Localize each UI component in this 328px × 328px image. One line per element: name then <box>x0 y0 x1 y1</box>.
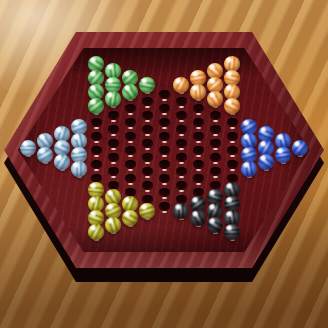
board-hole[interactable] <box>193 118 204 127</box>
marble-orange[interactable] <box>190 84 206 100</box>
marble-green[interactable] <box>88 98 104 114</box>
board-hole[interactable] <box>125 132 136 141</box>
marble-green[interactable] <box>139 77 155 93</box>
board-hole[interactable] <box>142 139 153 148</box>
board-hole[interactable] <box>108 111 119 120</box>
board-hole[interactable] <box>210 125 221 134</box>
board-hole[interactable] <box>125 160 136 169</box>
board-hole[interactable] <box>159 188 170 197</box>
marble-yellow[interactable] <box>88 224 104 240</box>
board-hole[interactable] <box>193 174 204 183</box>
board-hole[interactable] <box>142 153 153 162</box>
board-hole[interactable] <box>159 160 170 169</box>
marble-lightblue[interactable] <box>37 147 53 163</box>
marble-yellow[interactable] <box>122 210 138 226</box>
board-hole[interactable] <box>91 132 102 141</box>
board-hole[interactable] <box>193 132 204 141</box>
board-hole[interactable] <box>176 97 187 106</box>
board-hole[interactable] <box>142 97 153 106</box>
board-hole[interactable] <box>210 153 221 162</box>
marble-orange[interactable] <box>224 98 240 114</box>
board-hole[interactable] <box>227 146 238 155</box>
board-hole[interactable] <box>176 167 187 176</box>
board-hole[interactable] <box>108 139 119 148</box>
marble-lightblue[interactable] <box>54 154 70 170</box>
marble-orange[interactable] <box>207 91 223 107</box>
board-hole[interactable] <box>108 125 119 134</box>
board-hole[interactable] <box>193 160 204 169</box>
board-hole[interactable] <box>159 202 170 211</box>
board-hole[interactable] <box>125 118 136 127</box>
marble-blue[interactable] <box>275 147 291 163</box>
board-hole[interactable] <box>159 118 170 127</box>
board-hole[interactable] <box>210 111 221 120</box>
board-hole[interactable] <box>159 104 170 113</box>
marble-black[interactable] <box>224 224 240 240</box>
marble-black[interactable] <box>207 217 223 233</box>
board-hole[interactable] <box>176 139 187 148</box>
marble-blue[interactable] <box>258 154 274 170</box>
marble-black[interactable] <box>173 203 189 219</box>
board-hole[interactable] <box>227 118 238 127</box>
marble-blue[interactable] <box>241 161 257 177</box>
board-hole[interactable] <box>142 167 153 176</box>
board-hole[interactable] <box>142 111 153 120</box>
board-hole[interactable] <box>159 146 170 155</box>
board-hole[interactable] <box>159 132 170 141</box>
board-hole[interactable] <box>125 146 136 155</box>
board-hole[interactable] <box>176 181 187 190</box>
board-hole[interactable] <box>91 118 102 127</box>
board-hole[interactable] <box>176 153 187 162</box>
board-hole[interactable] <box>176 125 187 134</box>
board-hole[interactable] <box>227 132 238 141</box>
board-hole[interactable] <box>91 160 102 169</box>
board-hole[interactable] <box>176 111 187 120</box>
photo-scene <box>0 0 328 328</box>
board-hole[interactable] <box>125 174 136 183</box>
marble-green[interactable] <box>105 91 121 107</box>
board-hole[interactable] <box>125 104 136 113</box>
board-hole[interactable] <box>108 167 119 176</box>
board-hole[interactable] <box>142 125 153 134</box>
board-hole[interactable] <box>108 153 119 162</box>
board-hole[interactable] <box>193 146 204 155</box>
board-hole[interactable] <box>91 146 102 155</box>
board-hole[interactable] <box>159 90 170 99</box>
marble-orange[interactable] <box>173 77 189 93</box>
board-hole[interactable] <box>227 160 238 169</box>
board-hole[interactable] <box>210 139 221 148</box>
board-hole[interactable] <box>210 167 221 176</box>
marble-lightblue[interactable] <box>71 161 87 177</box>
marble-yellow[interactable] <box>139 203 155 219</box>
marble-green[interactable] <box>122 84 138 100</box>
marble-yellow[interactable] <box>105 217 121 233</box>
board-hole[interactable] <box>193 104 204 113</box>
marble-black[interactable] <box>190 210 206 226</box>
board-hole[interactable] <box>142 181 153 190</box>
board-hole[interactable] <box>159 174 170 183</box>
